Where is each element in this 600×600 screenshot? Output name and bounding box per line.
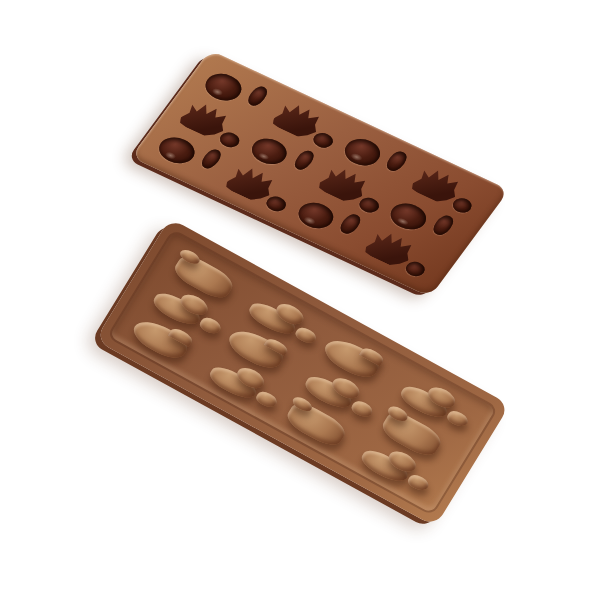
- duck-wing-shape: [198, 315, 223, 336]
- duck-head-shape: [384, 149, 410, 173]
- duck-wing-shape: [405, 472, 430, 493]
- photo-stage: [0, 0, 600, 600]
- duck-body-shape: [200, 69, 247, 105]
- duck-head-shape: [430, 213, 456, 237]
- dino-dot-shape: [402, 259, 428, 279]
- dino-dot-shape: [310, 130, 336, 150]
- duck-head-shape: [245, 84, 271, 108]
- dino-dot-shape: [356, 195, 382, 215]
- duck-body-shape: [292, 198, 339, 234]
- duck-wing-shape: [293, 324, 318, 345]
- duck-body-shape: [246, 134, 293, 170]
- dino-dot-shape: [217, 130, 243, 150]
- duck-wing-shape: [254, 389, 279, 410]
- duck-body-shape: [339, 134, 386, 170]
- duck-wing-shape: [349, 398, 374, 419]
- duck-body-shape: [385, 199, 432, 235]
- duck-wing-shape: [445, 408, 470, 429]
- dino-dot-shape: [449, 196, 475, 216]
- dino-dot-shape: [263, 194, 289, 214]
- duck-head-shape: [291, 148, 317, 172]
- duck-head-shape: [337, 212, 363, 236]
- duck-body-shape: [153, 133, 200, 169]
- duck-head-shape: [198, 147, 224, 171]
